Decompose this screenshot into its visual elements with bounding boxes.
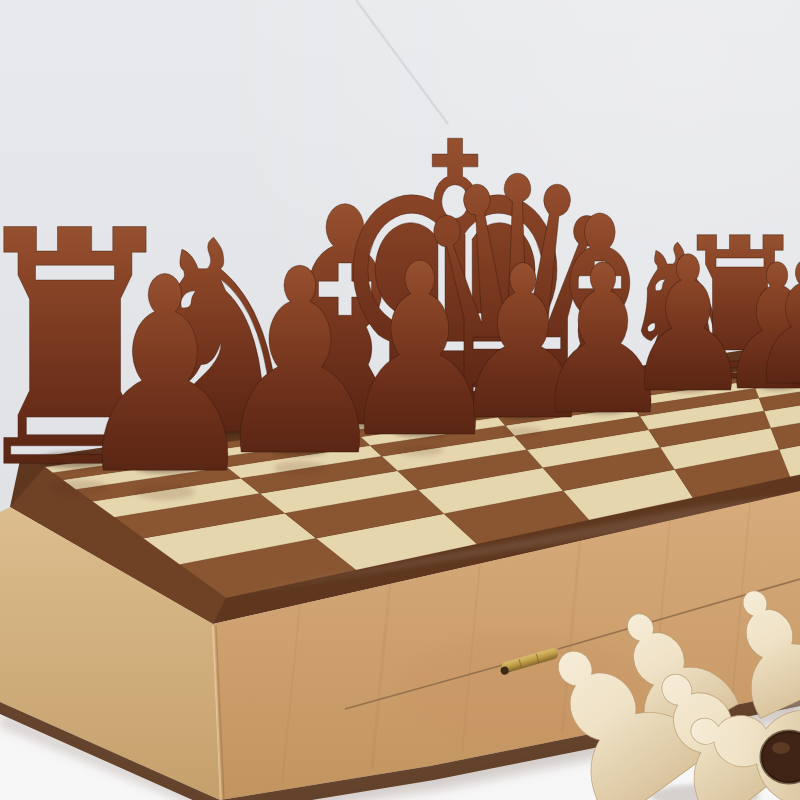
- scene-canvas: ♜♞♝♚♛♝♞♜♟♟♟♟♟♟♟♟♟♟♟♟♟: [0, 0, 800, 800]
- chess-set-photo: ♜♞♝♚♛♝♞♜♟♟♟♟♟♟♟♟♟♟♟♟♟: [0, 0, 800, 800]
- felt-base-highlight: [772, 742, 790, 754]
- piece-dark-pawn: ♟: [747, 226, 800, 423]
